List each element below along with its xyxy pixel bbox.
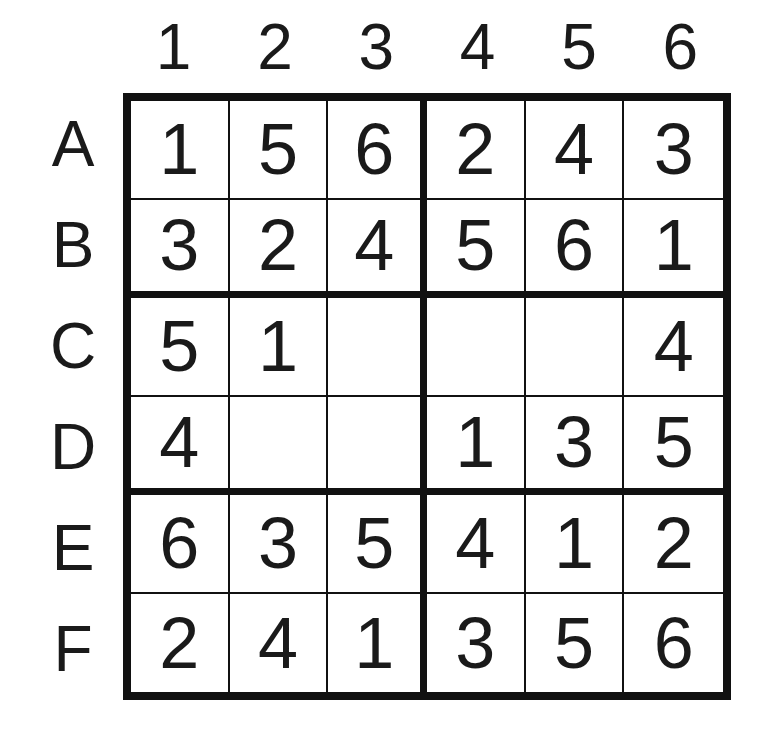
cell-E2: 3 — [230, 495, 329, 594]
column-label-3: 3 — [326, 0, 427, 88]
cell-B5: 6 — [526, 200, 625, 299]
cell-B4: 5 — [427, 200, 526, 299]
cell-E3: 5 — [328, 495, 427, 594]
column-label-2: 2 — [224, 0, 325, 88]
cell-C2: 1 — [230, 298, 329, 397]
cell-A6: 3 — [624, 101, 723, 200]
column-labels: 123456 — [123, 0, 731, 88]
column-label-5: 5 — [528, 0, 629, 88]
column-label-6: 6 — [630, 0, 731, 88]
board: 1562433245615144135635412241356 — [123, 93, 731, 700]
cell-A1: 1 — [131, 101, 230, 200]
cell-B1: 3 — [131, 200, 230, 299]
cell-E6: 2 — [624, 495, 723, 594]
cell-B3: 4 — [328, 200, 427, 299]
cell-B2: 2 — [230, 200, 329, 299]
row-label-A: A — [28, 93, 118, 194]
cell-B6: 1 — [624, 200, 723, 299]
cell-D4: 1 — [427, 397, 526, 496]
row-label-D: D — [28, 396, 118, 497]
column-label-1: 1 — [123, 0, 224, 88]
cell-A2: 5 — [230, 101, 329, 200]
cell-D3[interactable] — [328, 397, 427, 496]
cell-E1: 6 — [131, 495, 230, 594]
cell-F6: 6 — [624, 594, 723, 693]
cell-F4: 3 — [427, 594, 526, 693]
column-label-4: 4 — [427, 0, 528, 88]
cell-A5: 4 — [526, 101, 625, 200]
cell-E5: 1 — [526, 495, 625, 594]
row-label-F: F — [28, 599, 118, 700]
row-labels: ABCDEF — [28, 93, 118, 700]
cell-C6: 4 — [624, 298, 723, 397]
cell-A4: 2 — [427, 101, 526, 200]
cell-C1: 5 — [131, 298, 230, 397]
cell-D6: 5 — [624, 397, 723, 496]
row-label-B: B — [28, 194, 118, 295]
row-label-C: C — [28, 295, 118, 396]
cell-E4: 4 — [427, 495, 526, 594]
cell-A3: 6 — [328, 101, 427, 200]
row-label-E: E — [28, 498, 118, 599]
cell-F1: 2 — [131, 594, 230, 693]
cell-D2[interactable] — [230, 397, 329, 496]
cell-F5: 5 — [526, 594, 625, 693]
cell-C5[interactable] — [526, 298, 625, 397]
cell-D1: 4 — [131, 397, 230, 496]
cell-C4[interactable] — [427, 298, 526, 397]
cell-C3[interactable] — [328, 298, 427, 397]
cell-D5: 3 — [526, 397, 625, 496]
cell-F3: 1 — [328, 594, 427, 693]
cell-F2: 4 — [230, 594, 329, 693]
